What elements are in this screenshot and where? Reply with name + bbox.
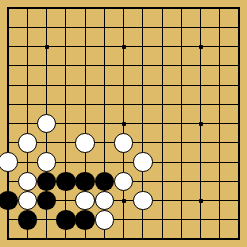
hoshi-dot [122, 122, 126, 126]
black-stone [37, 172, 57, 192]
hoshi-dot [122, 45, 126, 49]
white-stone [133, 191, 153, 211]
white-stone [114, 133, 134, 153]
black-stone [56, 210, 76, 230]
grid-line-horizontal [8, 219, 239, 220]
hoshi-dot [199, 45, 203, 49]
white-stone [75, 133, 95, 153]
black-stone [75, 172, 95, 192]
white-stone [95, 191, 115, 211]
hoshi-dot [45, 45, 49, 49]
white-stone [18, 172, 38, 192]
grid-line-vertical [219, 8, 220, 239]
grid-line-vertical [181, 8, 182, 239]
white-stone [37, 152, 57, 172]
white-stone [18, 133, 38, 153]
white-stone [114, 172, 134, 192]
go-board[interactable] [0, 0, 247, 247]
go-diagram-screen [0, 0, 247, 247]
black-stone [95, 172, 115, 192]
white-stone [95, 210, 115, 230]
black-stone [75, 210, 95, 230]
hoshi-dot [122, 199, 126, 203]
hoshi-dot [199, 199, 203, 203]
white-stone [0, 152, 18, 172]
white-stone [18, 191, 38, 211]
black-stone [56, 172, 76, 192]
black-stone [18, 210, 38, 230]
hoshi-dot [199, 122, 203, 126]
white-stone [133, 152, 153, 172]
white-stone [75, 191, 95, 211]
black-stone [0, 191, 18, 211]
grid-line-vertical [162, 8, 163, 239]
